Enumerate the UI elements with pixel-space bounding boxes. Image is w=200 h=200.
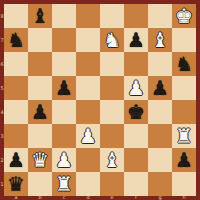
white-queen: ♛: [31, 148, 49, 172]
square-c1[interactable]: ♜: [52, 172, 76, 196]
black-knight: ♞: [7, 28, 25, 52]
square-c6[interactable]: [52, 52, 76, 76]
square-f2[interactable]: [124, 148, 148, 172]
square-d2[interactable]: [76, 148, 100, 172]
square-h4[interactable]: [172, 100, 196, 124]
white-king: ♚: [175, 4, 193, 28]
square-a4[interactable]: [4, 100, 28, 124]
square-b8[interactable]: ♝: [28, 4, 52, 28]
square-b4[interactable]: ♟: [28, 100, 52, 124]
square-f6[interactable]: [124, 52, 148, 76]
square-h7[interactable]: [172, 28, 196, 52]
square-g6[interactable]: [148, 52, 172, 76]
black-pawn: ♟: [127, 28, 145, 52]
chess-board-frame: ♝♚♞♞♟♝♞♟♟♟♟♚♟♜♟♛♟♝♟♛♜ 87654321abcdefgh: [0, 0, 200, 200]
square-b3[interactable]: [28, 124, 52, 148]
square-e7[interactable]: ♞: [100, 28, 124, 52]
square-h8[interactable]: ♚: [172, 4, 196, 28]
white-knight: ♞: [103, 28, 121, 52]
square-a7[interactable]: ♞: [4, 28, 28, 52]
square-a1[interactable]: ♛: [4, 172, 28, 196]
square-d6[interactable]: [76, 52, 100, 76]
white-rook: ♜: [175, 124, 193, 148]
square-a2[interactable]: ♟: [4, 148, 28, 172]
square-b7[interactable]: [28, 28, 52, 52]
square-d7[interactable]: [76, 28, 100, 52]
square-h2[interactable]: ♟: [172, 148, 196, 172]
square-d3[interactable]: ♟: [76, 124, 100, 148]
square-f3[interactable]: [124, 124, 148, 148]
black-pawn: ♟: [175, 148, 193, 172]
square-e3[interactable]: [100, 124, 124, 148]
square-h5[interactable]: [172, 76, 196, 100]
square-c2[interactable]: ♟: [52, 148, 76, 172]
square-h3[interactable]: ♜: [172, 124, 196, 148]
white-bishop: ♝: [151, 28, 169, 52]
black-knight: ♞: [175, 52, 193, 76]
square-e6[interactable]: [100, 52, 124, 76]
square-a6[interactable]: [4, 52, 28, 76]
square-b5[interactable]: [28, 76, 52, 100]
chess-board: ♝♚♞♞♟♝♞♟♟♟♟♚♟♜♟♛♟♝♟♛♜: [4, 4, 196, 196]
square-c4[interactable]: [52, 100, 76, 124]
square-b2[interactable]: ♛: [28, 148, 52, 172]
square-g4[interactable]: [148, 100, 172, 124]
white-rook: ♜: [55, 172, 73, 196]
square-c7[interactable]: [52, 28, 76, 52]
square-f7[interactable]: ♟: [124, 28, 148, 52]
square-f1[interactable]: [124, 172, 148, 196]
square-g2[interactable]: [148, 148, 172, 172]
square-g7[interactable]: ♝: [148, 28, 172, 52]
square-a3[interactable]: [4, 124, 28, 148]
square-h6[interactable]: ♞: [172, 52, 196, 76]
black-pawn: ♟: [151, 76, 169, 100]
black-pawn: ♟: [31, 100, 49, 124]
square-c8[interactable]: [52, 4, 76, 28]
square-g1[interactable]: [148, 172, 172, 196]
square-a5[interactable]: [4, 76, 28, 100]
square-a8[interactable]: [4, 4, 28, 28]
square-f5[interactable]: ♟: [124, 76, 148, 100]
square-f8[interactable]: [124, 4, 148, 28]
square-d1[interactable]: [76, 172, 100, 196]
square-b6[interactable]: [28, 52, 52, 76]
square-g3[interactable]: [148, 124, 172, 148]
square-e5[interactable]: [100, 76, 124, 100]
black-king: ♚: [127, 100, 145, 124]
white-pawn: ♟: [127, 76, 145, 100]
square-e2[interactable]: ♝: [100, 148, 124, 172]
square-e1[interactable]: [100, 172, 124, 196]
square-c5[interactable]: ♟: [52, 76, 76, 100]
square-h1[interactable]: [172, 172, 196, 196]
square-f4[interactable]: ♚: [124, 100, 148, 124]
square-d8[interactable]: [76, 4, 100, 28]
white-bishop: ♝: [103, 148, 121, 172]
square-d4[interactable]: [76, 100, 100, 124]
square-e4[interactable]: [100, 100, 124, 124]
black-pawn: ♟: [55, 76, 73, 100]
square-e8[interactable]: [100, 4, 124, 28]
square-b1[interactable]: [28, 172, 52, 196]
square-d5[interactable]: [76, 76, 100, 100]
white-pawn: ♟: [55, 148, 73, 172]
square-g5[interactable]: ♟: [148, 76, 172, 100]
black-pawn: ♟: [7, 148, 25, 172]
white-pawn: ♟: [79, 124, 97, 148]
black-queen: ♛: [7, 172, 25, 196]
square-g8[interactable]: [148, 4, 172, 28]
black-bishop: ♝: [31, 4, 49, 28]
square-c3[interactable]: [52, 124, 76, 148]
